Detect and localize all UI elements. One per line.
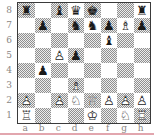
square-a5 [18, 48, 35, 63]
square-f6: ♝ [101, 33, 118, 48]
rank-label-8: 8 [0, 2, 14, 17]
piece-black-knight-d7: ♞ [68, 18, 85, 33]
black-piece-glyph: ♞ [84, 18, 101, 33]
square-d4 [68, 63, 85, 78]
square-h6 [134, 33, 151, 48]
square-a3 [18, 78, 35, 93]
file-label-d: d [67, 123, 84, 133]
rank-label-1: 1 [0, 108, 14, 123]
square-e6 [84, 33, 101, 48]
square-g4 [117, 63, 134, 78]
black-piece-glyph: ♝ [51, 3, 68, 18]
square-b7: ♟ [35, 18, 52, 33]
square-f7: ♟ [101, 18, 118, 33]
square-g5 [117, 48, 134, 63]
square-e5 [84, 48, 101, 63]
white-piece-outline: ♙ [101, 93, 118, 108]
piece-white-rook-h1: ♜♖ [134, 108, 151, 123]
file-label-h: h [133, 123, 150, 133]
square-f1 [101, 108, 118, 123]
square-b2 [35, 93, 52, 108]
square-b6 [35, 33, 52, 48]
piece-white-queen-e2: ♛♕ [84, 93, 101, 108]
white-piece-outline: ♙ [134, 93, 151, 108]
square-h5 [134, 48, 151, 63]
white-piece-outline: ♗ [68, 78, 85, 93]
file-labels: abcdefgh [17, 123, 149, 133]
piece-black-pawn-b4: ♟ [35, 63, 52, 78]
square-g2: ♟♙ [117, 93, 134, 108]
white-piece-outline: ♙ [51, 48, 68, 63]
square-d3: ♝♗ [68, 78, 85, 93]
square-g6 [117, 33, 134, 48]
piece-black-pawn-f7: ♟ [101, 18, 118, 33]
square-b3 [35, 78, 52, 93]
square-g1: ♞♘ [117, 108, 134, 123]
rank-label-2: 2 [0, 93, 14, 108]
piece-white-pawn-a2: ♟♙ [18, 93, 35, 108]
black-piece-glyph: ♜ [18, 3, 35, 18]
square-c5: ♟♙ [51, 48, 68, 63]
file-label-g: g [116, 123, 133, 133]
piece-white-rook-a1: ♜♖ [18, 108, 35, 123]
white-piece-outline: ♘ [117, 108, 134, 123]
file-label-c: c [50, 123, 67, 133]
rank-label-7: 7 [0, 17, 14, 32]
square-h7: ♟ [134, 18, 151, 33]
piece-white-pawn-f2: ♟♙ [101, 93, 118, 108]
white-piece-outline: ♖ [18, 108, 35, 123]
square-d2: ♞♘ [68, 93, 85, 108]
square-g3 [117, 78, 134, 93]
square-h8: ♜ [134, 3, 151, 18]
square-e3 [84, 78, 101, 93]
square-c6 [51, 33, 68, 48]
rank-label-3: 3 [0, 78, 14, 93]
square-e4 [84, 63, 101, 78]
piece-white-pawn-g2: ♟♙ [117, 93, 134, 108]
square-c4 [51, 63, 68, 78]
piece-black-queen-d8: ♛ [68, 3, 85, 18]
square-a7 [18, 18, 35, 33]
square-c1 [51, 108, 68, 123]
white-piece-outline: ♙ [18, 93, 35, 108]
square-h4 [134, 63, 151, 78]
square-c8: ♝ [51, 3, 68, 18]
rank-label-4: 4 [0, 63, 14, 78]
page-bottom-rule [0, 133, 154, 135]
piece-black-king-e8: ♚ [84, 3, 101, 18]
piece-white-king-e1: ♚♔ [84, 108, 101, 123]
piece-white-bishop-d3: ♝♗ [68, 78, 85, 93]
file-label-f: f [100, 123, 117, 133]
square-b4: ♟ [35, 63, 52, 78]
square-h1: ♜♖ [134, 108, 151, 123]
square-a2: ♟♙ [18, 93, 35, 108]
white-piece-outline: ♗ [117, 18, 134, 33]
square-b8 [35, 3, 52, 18]
square-e1: ♚♔ [84, 108, 101, 123]
white-piece-outline: ♕ [84, 93, 101, 108]
piece-white-knight-d2: ♞♘ [68, 93, 85, 108]
white-piece-outline: ♙ [117, 93, 134, 108]
square-d6 [68, 33, 85, 48]
black-piece-glyph: ♟ [68, 48, 85, 63]
white-piece-outline: ♘ [68, 93, 85, 108]
square-d7: ♞ [68, 18, 85, 33]
square-e7: ♞ [84, 18, 101, 33]
file-label-a: a [17, 123, 34, 133]
square-f3 [101, 78, 118, 93]
white-piece-outline: ♙ [51, 93, 68, 108]
piece-black-rook-a8: ♜ [18, 3, 35, 18]
piece-black-bishop-c8: ♝ [51, 3, 68, 18]
piece-white-pawn-c5: ♟♙ [51, 48, 68, 63]
black-piece-glyph: ♟ [35, 18, 52, 33]
file-label-e: e [83, 123, 100, 133]
piece-white-pawn-h2: ♟♙ [134, 93, 151, 108]
square-a6 [18, 33, 35, 48]
black-piece-glyph: ♛ [68, 3, 85, 18]
piece-black-pawn-b7: ♟ [35, 18, 52, 33]
piece-black-pawn-h7: ♟ [134, 18, 151, 33]
square-c3 [51, 78, 68, 93]
square-c7 [51, 18, 68, 33]
white-piece-outline: ♖ [134, 108, 151, 123]
square-d1 [68, 108, 85, 123]
piece-white-knight-g1: ♞♘ [117, 108, 134, 123]
square-d5: ♟ [68, 48, 85, 63]
square-d8: ♛ [68, 3, 85, 18]
square-e2: ♛♕ [84, 93, 101, 108]
square-a8: ♜ [18, 3, 35, 18]
piece-black-pawn-d5: ♟ [68, 48, 85, 63]
square-f5 [101, 48, 118, 63]
square-h3 [134, 78, 151, 93]
square-c2: ♟♙ [51, 93, 68, 108]
piece-black-rook-h8: ♜ [134, 3, 151, 18]
square-f8 [101, 3, 118, 18]
square-a1: ♜♖ [18, 108, 35, 123]
file-label-b: b [34, 123, 51, 133]
piece-black-knight-e7: ♞ [84, 18, 101, 33]
piece-white-bishop-g7: ♝♗ [117, 18, 134, 33]
chess-board: ♜♝♛♚♜♟♞♞♟♝♗♟♝♟♙♟♟♝♗♟♙♟♙♞♘♛♕♟♙♟♙♟♙♜♖♚♔♞♘♜… [17, 2, 151, 124]
square-e8: ♚ [84, 3, 101, 18]
white-piece-outline: ♔ [84, 108, 101, 123]
square-b1 [35, 108, 52, 123]
square-f2: ♟♙ [101, 93, 118, 108]
rank-labels: 87654321 [0, 2, 14, 123]
square-g7: ♝♗ [117, 18, 134, 33]
square-h2: ♟♙ [134, 93, 151, 108]
square-a4 [18, 63, 35, 78]
black-piece-glyph: ♝ [101, 33, 118, 48]
square-b5 [35, 48, 52, 63]
black-piece-glyph: ♟ [35, 63, 52, 78]
black-piece-glyph: ♟ [101, 18, 118, 33]
black-piece-glyph: ♞ [68, 18, 85, 33]
black-piece-glyph: ♚ [84, 3, 101, 18]
square-g8 [117, 3, 134, 18]
piece-black-bishop-f6: ♝ [101, 33, 118, 48]
black-piece-glyph: ♜ [134, 3, 151, 18]
black-piece-glyph: ♟ [134, 18, 151, 33]
chess-diagram-page: 87654321 ♜♝♛♚♜♟♞♞♟♝♗♟♝♟♙♟♟♝♗♟♙♟♙♞♘♛♕♟♙♟♙… [0, 0, 154, 136]
piece-white-pawn-c2: ♟♙ [51, 93, 68, 108]
rank-label-6: 6 [0, 32, 14, 47]
square-f4 [101, 63, 118, 78]
rank-label-5: 5 [0, 47, 14, 62]
